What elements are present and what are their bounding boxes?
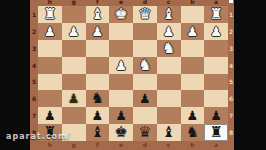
square-g3[interactable] bbox=[62, 40, 86, 57]
piece-white-pawn: ♟ bbox=[44, 25, 56, 38]
square-e7[interactable]: ♟ bbox=[109, 107, 133, 124]
rank-label-6: 6 bbox=[227, 90, 235, 107]
square-a2[interactable]: ♟ bbox=[204, 23, 228, 40]
file-labels-top: hgfedcba bbox=[38, 0, 228, 5]
rank-label-2: 2 bbox=[30, 23, 38, 40]
rank-label-5: 5 bbox=[30, 74, 38, 91]
rank-label-1: 1 bbox=[227, 6, 235, 23]
file-label-d: d bbox=[133, 141, 157, 148]
square-a4[interactable] bbox=[204, 57, 228, 74]
square-b4[interactable] bbox=[181, 57, 205, 74]
rank-labels-left: 12345678 bbox=[30, 6, 38, 141]
square-g4[interactable] bbox=[62, 57, 86, 74]
square-g7[interactable] bbox=[62, 107, 86, 124]
square-e1[interactable]: ♚ bbox=[109, 6, 133, 23]
square-c5[interactable] bbox=[157, 74, 181, 91]
rank-label-6: 6 bbox=[30, 90, 38, 107]
piece-white-pawn: ♟ bbox=[210, 25, 222, 38]
piece-black-pawn: ♟ bbox=[139, 92, 151, 105]
piece-white-pawn: ♟ bbox=[115, 59, 127, 72]
square-e6[interactable] bbox=[109, 90, 133, 107]
file-labels-bottom: hgfedcba bbox=[38, 141, 228, 148]
rank-label-4: 4 bbox=[227, 57, 235, 74]
square-b2[interactable]: ♟ bbox=[181, 23, 205, 40]
piece-black-knight: ♞ bbox=[186, 125, 199, 140]
rank-label-3: 3 bbox=[30, 40, 38, 57]
watermark-text: aparat.com/ bbox=[6, 132, 71, 141]
square-a1[interactable]: ♜ bbox=[204, 6, 228, 23]
square-c4[interactable] bbox=[157, 57, 181, 74]
rank-label-7: 7 bbox=[30, 107, 38, 124]
piece-white-bishop: ♝ bbox=[162, 7, 175, 22]
file-label-g: g bbox=[62, 0, 86, 5]
square-f5[interactable] bbox=[86, 74, 110, 91]
piece-white-pawn: ♟ bbox=[92, 25, 104, 38]
square-d7[interactable] bbox=[133, 107, 157, 124]
square-c7[interactable] bbox=[157, 107, 181, 124]
piece-white-rook: ♜ bbox=[209, 7, 222, 22]
square-f2[interactable]: ♟ bbox=[86, 23, 110, 40]
square-h2[interactable]: ♟ bbox=[38, 23, 62, 40]
square-h6[interactable] bbox=[38, 90, 62, 107]
piece-black-knight: ♞ bbox=[91, 91, 104, 106]
square-d5[interactable] bbox=[133, 74, 157, 91]
square-c8[interactable]: ♝ bbox=[157, 124, 181, 141]
square-d6[interactable]: ♟ bbox=[133, 90, 157, 107]
square-c3[interactable]: ♞ bbox=[157, 40, 181, 57]
square-b6[interactable] bbox=[181, 90, 205, 107]
video-frame: hgfedcba hgfedcba 12345678 12345678 ♜♝♚♛… bbox=[0, 0, 266, 150]
rank-label-4: 4 bbox=[30, 57, 38, 74]
piece-white-bishop: ♝ bbox=[91, 7, 104, 22]
square-f7[interactable]: ♟ bbox=[86, 107, 110, 124]
rank-label-3: 3 bbox=[227, 40, 235, 57]
square-a8[interactable]: ♜ bbox=[204, 124, 228, 141]
square-h7[interactable]: ♟ bbox=[38, 107, 62, 124]
square-g6[interactable]: ♟ bbox=[62, 90, 86, 107]
piece-white-knight: ♞ bbox=[162, 41, 175, 56]
square-c1[interactable]: ♝ bbox=[157, 6, 181, 23]
piece-white-pawn: ♟ bbox=[68, 25, 80, 38]
file-label-c: c bbox=[157, 141, 181, 148]
rank-label-8: 8 bbox=[227, 124, 235, 141]
piece-white-knight: ♞ bbox=[138, 58, 151, 73]
piece-white-rook: ♜ bbox=[43, 7, 56, 22]
piece-black-pawn: ♟ bbox=[210, 109, 222, 122]
file-label-b: b bbox=[181, 141, 205, 148]
square-d4[interactable]: ♞ bbox=[133, 57, 157, 74]
file-label-b: b bbox=[181, 0, 205, 5]
piece-white-pawn: ♟ bbox=[187, 25, 199, 38]
square-b7[interactable]: ♟ bbox=[181, 107, 205, 124]
piece-black-pawn: ♟ bbox=[115, 109, 127, 122]
file-label-f: f bbox=[86, 141, 110, 148]
square-h3[interactable] bbox=[38, 40, 62, 57]
square-a5[interactable] bbox=[204, 74, 228, 91]
piece-black-bishop: ♝ bbox=[162, 125, 175, 140]
file-label-g: g bbox=[62, 141, 86, 148]
piece-white-king: ♚ bbox=[114, 7, 127, 22]
square-e2[interactable] bbox=[109, 23, 133, 40]
square-g5[interactable] bbox=[62, 74, 86, 91]
square-e5[interactable] bbox=[109, 74, 133, 91]
piece-black-pawn: ♟ bbox=[92, 109, 104, 122]
square-a3[interactable] bbox=[204, 40, 228, 57]
square-d1[interactable]: ♛ bbox=[133, 6, 157, 23]
square-e4[interactable]: ♟ bbox=[109, 57, 133, 74]
square-f1[interactable]: ♝ bbox=[86, 6, 110, 23]
piece-black-rook: ♜ bbox=[209, 125, 222, 140]
square-f6[interactable]: ♞ bbox=[86, 90, 110, 107]
square-d3[interactable] bbox=[133, 40, 157, 57]
square-e3[interactable] bbox=[109, 40, 133, 57]
piece-white-pawn: ♟ bbox=[163, 25, 175, 38]
piece-white-queen: ♛ bbox=[138, 7, 151, 22]
square-b8[interactable]: ♞ bbox=[181, 124, 205, 141]
rank-label-2: 2 bbox=[227, 23, 235, 40]
square-f3[interactable] bbox=[86, 40, 110, 57]
square-h4[interactable] bbox=[38, 57, 62, 74]
square-h5[interactable] bbox=[38, 74, 62, 91]
square-c2[interactable]: ♟ bbox=[157, 23, 181, 40]
rank-label-5: 5 bbox=[227, 74, 235, 91]
square-g1[interactable] bbox=[62, 6, 86, 23]
square-e8[interactable]: ♚ bbox=[109, 124, 133, 141]
chess-board: ♜♝♚♛♝♜♟♟♟♟♟♟♞♟♞♟♞♟♟♟♟♟♟♜♝♚♛♝♞♜ bbox=[38, 6, 228, 141]
square-d8[interactable]: ♛ bbox=[133, 124, 157, 141]
square-f4[interactable] bbox=[86, 57, 110, 74]
file-label-a: a bbox=[204, 141, 228, 148]
piece-black-king: ♚ bbox=[114, 125, 127, 140]
piece-black-pawn: ♟ bbox=[187, 109, 199, 122]
rank-label-1: 1 bbox=[30, 6, 38, 23]
square-b1[interactable] bbox=[181, 6, 205, 23]
piece-black-pawn: ♟ bbox=[68, 92, 80, 105]
square-b3[interactable] bbox=[181, 40, 205, 57]
file-label-e: e bbox=[109, 141, 133, 148]
square-d2[interactable] bbox=[133, 23, 157, 40]
square-a7[interactable]: ♟ bbox=[204, 107, 228, 124]
corner-marker bbox=[229, 0, 233, 3]
square-h1[interactable]: ♜ bbox=[38, 6, 62, 23]
rank-label-7: 7 bbox=[227, 107, 235, 124]
square-c6[interactable] bbox=[157, 90, 181, 107]
rank-labels-right: 12345678 bbox=[227, 6, 235, 141]
square-a6[interactable] bbox=[204, 90, 228, 107]
piece-black-pawn: ♟ bbox=[44, 109, 56, 122]
square-g2[interactable]: ♟ bbox=[62, 23, 86, 40]
square-f8[interactable]: ♝ bbox=[86, 124, 110, 141]
file-label-h: h bbox=[38, 141, 62, 148]
piece-black-queen: ♛ bbox=[138, 125, 151, 140]
piece-black-bishop: ♝ bbox=[91, 125, 104, 140]
square-b5[interactable] bbox=[181, 74, 205, 91]
